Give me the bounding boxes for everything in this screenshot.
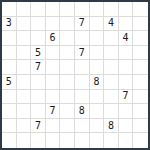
cell-r7c2[interactable] <box>17 90 32 105</box>
cell-r10c6[interactable] <box>75 133 90 148</box>
cell-r5c9[interactable] <box>119 60 134 75</box>
cell-r5c6[interactable] <box>75 60 90 75</box>
cell-r9c1[interactable] <box>2 119 17 134</box>
cell-r1c10[interactable] <box>133 2 148 17</box>
cell-r2c10[interactable] <box>133 17 148 32</box>
cell-r10c8[interactable] <box>104 133 119 148</box>
cell-r3c1[interactable] <box>2 31 17 46</box>
cell-r3c2[interactable] <box>17 31 32 46</box>
cell-r6c8[interactable] <box>104 75 119 90</box>
cell-r8c9[interactable] <box>119 104 134 119</box>
cell-r3c3[interactable] <box>31 31 46 46</box>
cell-r1c6[interactable] <box>75 2 90 17</box>
cell-r3c10[interactable] <box>133 31 148 46</box>
cell-r4c5[interactable] <box>60 46 75 61</box>
cell-r9c5[interactable] <box>60 119 75 134</box>
cell-r7c4[interactable] <box>46 90 61 105</box>
cell-r6c3[interactable] <box>31 75 46 90</box>
cell-r10c7[interactable] <box>90 133 105 148</box>
clue-cell-r7c9[interactable]: 7 <box>119 90 134 105</box>
cell-r1c2[interactable] <box>17 2 32 17</box>
clue-cell-r2c6[interactable]: 7 <box>75 17 90 32</box>
cell-r6c10[interactable] <box>133 75 148 90</box>
cell-r7c7[interactable] <box>90 90 105 105</box>
cell-r1c7[interactable] <box>90 2 105 17</box>
cell-r7c3[interactable] <box>31 90 46 105</box>
cell-r2c2[interactable] <box>17 17 32 32</box>
cell-r6c4[interactable] <box>46 75 61 90</box>
cell-r7c10[interactable] <box>133 90 148 105</box>
cell-r2c3[interactable] <box>31 17 46 32</box>
cell-r3c8[interactable] <box>104 31 119 46</box>
cell-r9c7[interactable] <box>90 119 105 134</box>
cell-r10c1[interactable] <box>2 133 17 148</box>
cell-r5c4[interactable] <box>46 60 61 75</box>
cell-r8c8[interactable] <box>104 104 119 119</box>
cell-r3c5[interactable] <box>60 31 75 46</box>
cell-r8c3[interactable] <box>31 104 46 119</box>
clue-cell-r8c6[interactable]: 8 <box>75 104 90 119</box>
cell-r1c5[interactable] <box>60 2 75 17</box>
cell-r4c10[interactable] <box>133 46 148 61</box>
cell-r7c6[interactable] <box>75 90 90 105</box>
cell-r4c9[interactable] <box>119 46 134 61</box>
cell-r8c10[interactable] <box>133 104 148 119</box>
clue-cell-r4c6[interactable]: 7 <box>75 46 90 61</box>
clue-cell-r2c8[interactable]: 4 <box>104 17 119 32</box>
cell-r4c8[interactable] <box>104 46 119 61</box>
cell-r7c1[interactable] <box>2 90 17 105</box>
cell-r1c9[interactable] <box>119 2 134 17</box>
cell-r9c10[interactable] <box>133 119 148 134</box>
cell-r2c7[interactable] <box>90 17 105 32</box>
cell-r6c6[interactable] <box>75 75 90 90</box>
cell-r9c6[interactable] <box>75 119 90 134</box>
cell-r10c4[interactable] <box>46 133 61 148</box>
cell-r9c2[interactable] <box>17 119 32 134</box>
cell-r9c9[interactable] <box>119 119 134 134</box>
cell-r7c5[interactable] <box>60 90 75 105</box>
clue-cell-r3c4[interactable]: 6 <box>46 31 61 46</box>
cell-r8c2[interactable] <box>17 104 32 119</box>
cell-r7c8[interactable] <box>104 90 119 105</box>
clue-cell-r5c3[interactable]: 7 <box>31 60 46 75</box>
cell-r10c5[interactable] <box>60 133 75 148</box>
cell-r5c8[interactable] <box>104 60 119 75</box>
clue-cell-r6c7[interactable]: 8 <box>90 75 105 90</box>
cell-r10c9[interactable] <box>119 133 134 148</box>
cell-r5c7[interactable] <box>90 60 105 75</box>
cell-r1c8[interactable] <box>104 2 119 17</box>
clue-cell-r6c1[interactable]: 5 <box>2 75 17 90</box>
cell-r2c5[interactable] <box>60 17 75 32</box>
cell-r10c2[interactable] <box>17 133 32 148</box>
cell-r5c2[interactable] <box>17 60 32 75</box>
cell-r10c10[interactable] <box>133 133 148 148</box>
cell-r8c5[interactable] <box>60 104 75 119</box>
clue-cell-r2c1[interactable]: 3 <box>2 17 17 32</box>
cell-r5c10[interactable] <box>133 60 148 75</box>
cell-r3c6[interactable] <box>75 31 90 46</box>
cell-r3c7[interactable] <box>90 31 105 46</box>
cell-r5c1[interactable] <box>2 60 17 75</box>
cell-r2c4[interactable] <box>46 17 61 32</box>
cell-r4c4[interactable] <box>46 46 61 61</box>
cell-r5c5[interactable] <box>60 60 75 75</box>
cell-r4c2[interactable] <box>17 46 32 61</box>
cell-r4c7[interactable] <box>90 46 105 61</box>
clue-cell-r9c8[interactable]: 8 <box>104 119 119 134</box>
cell-r1c4[interactable] <box>46 2 61 17</box>
clue-cell-r3c9[interactable]: 4 <box>119 31 134 46</box>
puzzle-board: 374645775877878 <box>0 0 150 150</box>
cell-r4c1[interactable] <box>2 46 17 61</box>
clue-cell-r9c3[interactable]: 7 <box>31 119 46 134</box>
clue-cell-r4c3[interactable]: 5 <box>31 46 46 61</box>
cell-r6c5[interactable] <box>60 75 75 90</box>
clue-cell-r8c4[interactable]: 7 <box>46 104 61 119</box>
cell-r6c2[interactable] <box>17 75 32 90</box>
cell-r8c7[interactable] <box>90 104 105 119</box>
cell-r10c3[interactable] <box>31 133 46 148</box>
cell-r1c1[interactable] <box>2 2 17 17</box>
cell-r2c9[interactable] <box>119 17 134 32</box>
cell-r8c1[interactable] <box>2 104 17 119</box>
cell-r6c9[interactable] <box>119 75 134 90</box>
cell-r1c3[interactable] <box>31 2 46 17</box>
cell-r9c4[interactable] <box>46 119 61 134</box>
